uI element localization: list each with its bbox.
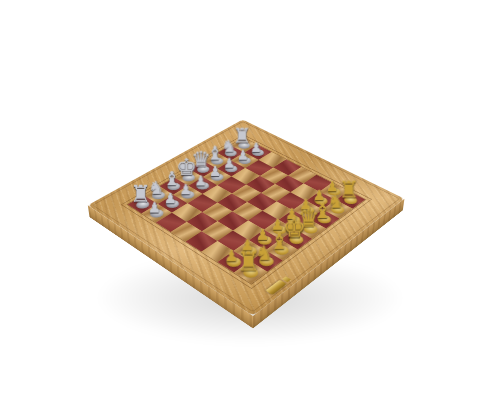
photo-scene: ♜♟♟♜♞♟♟♞♝♟♟♝♛♟♟♛♚♟♟♚♝♟♟♝♞♟♟♞♜♟♟♜: [0, 0, 500, 400]
silver-pawn: ♟: [164, 191, 177, 205]
square-r8c5: [186, 231, 218, 251]
silver-pawn: ♟: [223, 156, 235, 169]
silver-bishop: ♝: [163, 168, 181, 188]
square-r8c8: ♜: [234, 261, 267, 283]
gold-pawn: ♟: [256, 227, 269, 242]
square-r7c5: [202, 221, 233, 241]
silver-pawn: ♟: [250, 141, 262, 154]
square-r1c4: [273, 159, 301, 175]
gold-rook: ♜: [237, 248, 260, 274]
silver-pawn: ♟: [179, 182, 191, 196]
silver-pawn: ♟: [194, 173, 206, 187]
silver-pawn: ♟: [148, 200, 161, 214]
square-r6c3: [188, 194, 218, 212]
silver-pawn: ♟: [209, 165, 221, 178]
square-r6c5: [217, 211, 248, 230]
silver-pawn: ♟: [237, 148, 249, 161]
square-r4c5: [247, 193, 277, 211]
square-r2c3: [245, 160, 273, 176]
square-r6c4: [202, 203, 232, 222]
